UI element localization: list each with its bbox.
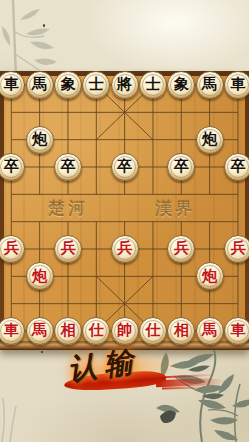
piece-glyph: 象 (174, 77, 189, 92)
paper-speck (41, 351, 43, 353)
intersection-4-3[interactable]: 卒 (110, 153, 138, 180)
intersection-6-3[interactable]: 卒 (167, 153, 195, 180)
intersection-5-1[interactable] (139, 99, 167, 126)
piece-glyph: 兵 (60, 241, 75, 256)
piece-glyph: 車 (230, 323, 245, 338)
piece-black-horse[interactable]: 馬 (26, 71, 54, 99)
intersection-4-9[interactable]: 帥 (110, 317, 138, 344)
intersection-5-7[interactable] (139, 263, 167, 290)
piece-red-horse[interactable]: 馬 (196, 317, 224, 345)
intersection-1-5[interactable] (25, 208, 53, 235)
intersection-1-3[interactable] (25, 153, 53, 180)
piece-black-advisor[interactable]: 士 (139, 71, 167, 99)
intersection-8-4[interactable] (224, 181, 249, 208)
piece-glyph: 兵 (117, 241, 132, 256)
intersection-4-0[interactable]: 將 (110, 71, 138, 98)
intersection-4-8[interactable] (110, 290, 138, 317)
intersection-2-4[interactable] (54, 181, 82, 208)
resign-brush-streak (162, 387, 206, 390)
intersection-2-5[interactable] (54, 208, 82, 235)
intersection-2-9[interactable]: 相 (54, 317, 82, 344)
intersection-3-2[interactable] (82, 126, 110, 153)
piece-glyph: 士 (89, 77, 104, 92)
intersection-5-3[interactable] (139, 153, 167, 180)
intersection-8-9[interactable]: 車 (224, 317, 249, 344)
piece-black-chariot[interactable]: 車 (224, 71, 249, 99)
intersection-7-8[interactable] (195, 290, 223, 317)
intersection-5-2[interactable] (139, 126, 167, 153)
intersection-0-3[interactable]: 卒 (0, 153, 25, 180)
piece-glyph: 相 (60, 323, 75, 338)
piece-glyph: 馬 (202, 323, 217, 338)
piece-glyph: 象 (60, 77, 75, 92)
piece-glyph: 士 (145, 77, 160, 92)
intersection-8-5[interactable] (224, 208, 249, 235)
intersection-7-9[interactable]: 馬 (195, 317, 223, 344)
intersection-3-6[interactable] (82, 235, 110, 262)
intersection-6-1[interactable] (167, 99, 195, 126)
piece-black-soldier[interactable]: 卒 (111, 153, 139, 181)
intersection-7-3[interactable] (195, 153, 223, 180)
piece-red-cannon[interactable]: 炮 (26, 262, 54, 290)
intersection-7-6[interactable] (195, 235, 223, 262)
piece-black-cannon[interactable]: 炮 (196, 126, 224, 154)
intersection-6-9[interactable]: 相 (167, 317, 195, 344)
intersection-1-1[interactable] (25, 99, 53, 126)
piece-black-cannon[interactable]: 炮 (26, 126, 54, 154)
piece-red-horse[interactable]: 馬 (26, 317, 54, 345)
piece-glyph: 卒 (117, 159, 132, 174)
intersection-6-6[interactable]: 兵 (167, 235, 195, 262)
intersection-2-3[interactable]: 卒 (54, 153, 82, 180)
intersection-0-2[interactable] (0, 126, 25, 153)
intersection-5-8[interactable] (139, 290, 167, 317)
intersection-0-9[interactable]: 車 (0, 317, 25, 344)
piece-glyph: 車 (4, 323, 19, 338)
intersection-0-4[interactable] (0, 181, 25, 208)
piece-glyph: 馬 (32, 77, 47, 92)
intersection-1-7[interactable]: 炮 (25, 263, 53, 290)
piece-glyph: 車 (4, 77, 19, 92)
intersection-3-9[interactable]: 仕 (82, 317, 110, 344)
piece-black-advisor[interactable]: 士 (82, 71, 110, 99)
intersection-4-2[interactable] (110, 126, 138, 153)
piece-red-soldier[interactable]: 兵 (111, 235, 139, 263)
piece-red-soldier[interactable]: 兵 (224, 235, 249, 263)
piece-glyph: 馬 (202, 77, 217, 92)
intersection-3-0[interactable]: 士 (82, 71, 110, 98)
intersection-5-6[interactable] (139, 235, 167, 262)
intersection-8-2[interactable] (224, 126, 249, 153)
intersection-6-7[interactable] (167, 263, 195, 290)
intersection-4-1[interactable] (110, 99, 138, 126)
piece-black-general[interactable]: 將 (111, 71, 139, 99)
piece-glyph: 卒 (174, 159, 189, 174)
intersection-4-5[interactable] (110, 208, 138, 235)
piece-black-soldier[interactable]: 卒 (167, 153, 195, 181)
intersection-6-2[interactable] (167, 126, 195, 153)
intersection-2-7[interactable] (54, 263, 82, 290)
piece-glyph: 兵 (174, 241, 189, 256)
intersection-2-6[interactable]: 兵 (54, 235, 82, 262)
piece-black-soldier[interactable]: 卒 (0, 153, 25, 181)
intersection-1-6[interactable] (25, 235, 53, 262)
intersection-7-2[interactable]: 炮 (195, 126, 223, 153)
intersection-0-6[interactable]: 兵 (0, 235, 25, 262)
intersection-3-8[interactable] (82, 290, 110, 317)
intersection-3-3[interactable] (82, 153, 110, 180)
intersection-6-0[interactable]: 象 (167, 71, 195, 98)
intersection-3-7[interactable] (82, 263, 110, 290)
intersection-2-8[interactable] (54, 290, 82, 317)
intersection-5-0[interactable]: 士 (139, 71, 167, 98)
piece-glyph: 相 (174, 323, 189, 338)
piece-glyph: 馬 (32, 323, 47, 338)
piece-red-chariot[interactable]: 車 (0, 317, 25, 345)
piece-glyph: 兵 (4, 241, 19, 256)
intersection-3-1[interactable] (82, 99, 110, 126)
piece-glyph: 將 (117, 77, 132, 92)
piece-glyph: 車 (230, 77, 245, 92)
piece-red-cannon[interactable]: 炮 (196, 262, 224, 290)
piece-black-soldier[interactable]: 卒 (224, 153, 249, 181)
intersection-2-1[interactable] (54, 99, 82, 126)
intersection-0-7[interactable] (0, 263, 25, 290)
piece-red-advisor[interactable]: 仕 (82, 317, 110, 345)
intersection-6-8[interactable] (167, 290, 195, 317)
bamboo-painting-top-left (0, 0, 80, 80)
piece-glyph: 帥 (117, 323, 132, 338)
piece-black-soldier[interactable]: 卒 (54, 153, 82, 181)
intersection-5-9[interactable]: 仕 (139, 317, 167, 344)
intersection-8-0[interactable]: 車 (224, 71, 249, 98)
piece-glyph: 卒 (230, 159, 245, 174)
intersection-5-4[interactable] (139, 181, 167, 208)
piece-glyph: 炮 (32, 132, 47, 147)
intersection-0-8[interactable] (0, 290, 25, 317)
piece-glyph: 卒 (60, 159, 75, 174)
intersection-8-6[interactable]: 兵 (224, 235, 249, 262)
intersection-7-7[interactable]: 炮 (195, 263, 223, 290)
intersection-3-5[interactable] (82, 208, 110, 235)
intersection-0-5[interactable] (0, 208, 25, 235)
intersection-3-4[interactable] (82, 181, 110, 208)
intersection-4-4[interactable] (110, 181, 138, 208)
intersection-0-0[interactable]: 車 (0, 71, 25, 98)
piece-red-advisor[interactable]: 仕 (139, 317, 167, 345)
intersection-6-5[interactable] (167, 208, 195, 235)
piece-glyph: 卒 (4, 159, 19, 174)
intersection-1-0[interactable]: 馬 (25, 71, 53, 98)
piece-glyph: 炮 (202, 269, 217, 284)
piece-red-chariot[interactable]: 車 (224, 317, 249, 345)
intersection-1-2[interactable]: 炮 (25, 126, 53, 153)
grass-strokes-bottom-left (0, 392, 20, 442)
intersection-1-8[interactable] (25, 290, 53, 317)
piece-red-soldier[interactable]: 兵 (0, 235, 25, 263)
resign-button[interactable]: 认输 (52, 346, 202, 398)
piece-black-chariot[interactable]: 車 (0, 71, 25, 99)
intersection-7-4[interactable] (195, 181, 223, 208)
intersection-8-3[interactable]: 卒 (224, 153, 249, 180)
intersection-8-8[interactable] (224, 290, 249, 317)
piece-red-soldier[interactable]: 兵 (167, 235, 195, 263)
piece-black-elephant[interactable]: 象 (54, 71, 82, 99)
piece-red-soldier[interactable]: 兵 (54, 235, 82, 263)
piece-glyph: 仕 (145, 323, 160, 338)
piece-glyph: 炮 (32, 269, 47, 284)
intersection-2-2[interactable] (54, 126, 82, 153)
intersection-1-9[interactable]: 馬 (25, 317, 53, 344)
intersection-5-5[interactable] (139, 208, 167, 235)
piece-black-horse[interactable]: 馬 (196, 71, 224, 99)
bird-silhouette (160, 411, 176, 424)
intersection-7-0[interactable]: 馬 (195, 71, 223, 98)
piece-red-elephant[interactable]: 相 (54, 317, 82, 345)
board-grid: 車馬象士將士象馬車炮炮卒卒卒卒卒兵兵兵兵兵炮炮車馬相仕帥仕相馬車 (0, 71, 249, 344)
paper-speck (43, 24, 45, 27)
intersection-4-6[interactable]: 兵 (110, 235, 138, 262)
intersection-2-0[interactable]: 象 (54, 71, 82, 98)
piece-glyph: 仕 (89, 323, 104, 338)
piece-red-elephant[interactable]: 相 (167, 317, 195, 345)
piece-glyph: 兵 (230, 241, 245, 256)
intersection-4-7[interactable] (110, 263, 138, 290)
piece-glyph: 炮 (202, 132, 217, 147)
intersection-6-4[interactable] (167, 181, 195, 208)
xiangqi-app: 楚河 漢界 車馬象士將士象馬車炮炮卒卒卒卒卒兵兵兵兵兵炮炮車馬相仕帥仕相馬車 (0, 0, 249, 442)
intersection-1-4[interactable] (25, 181, 53, 208)
intersection-0-1[interactable] (0, 99, 25, 126)
intersection-7-1[interactable] (195, 99, 223, 126)
intersection-8-1[interactable] (224, 99, 249, 126)
piece-red-general[interactable]: 帥 (111, 317, 139, 345)
intersection-8-7[interactable] (224, 263, 249, 290)
piece-black-elephant[interactable]: 象 (167, 71, 195, 99)
intersection-7-5[interactable] (195, 208, 223, 235)
